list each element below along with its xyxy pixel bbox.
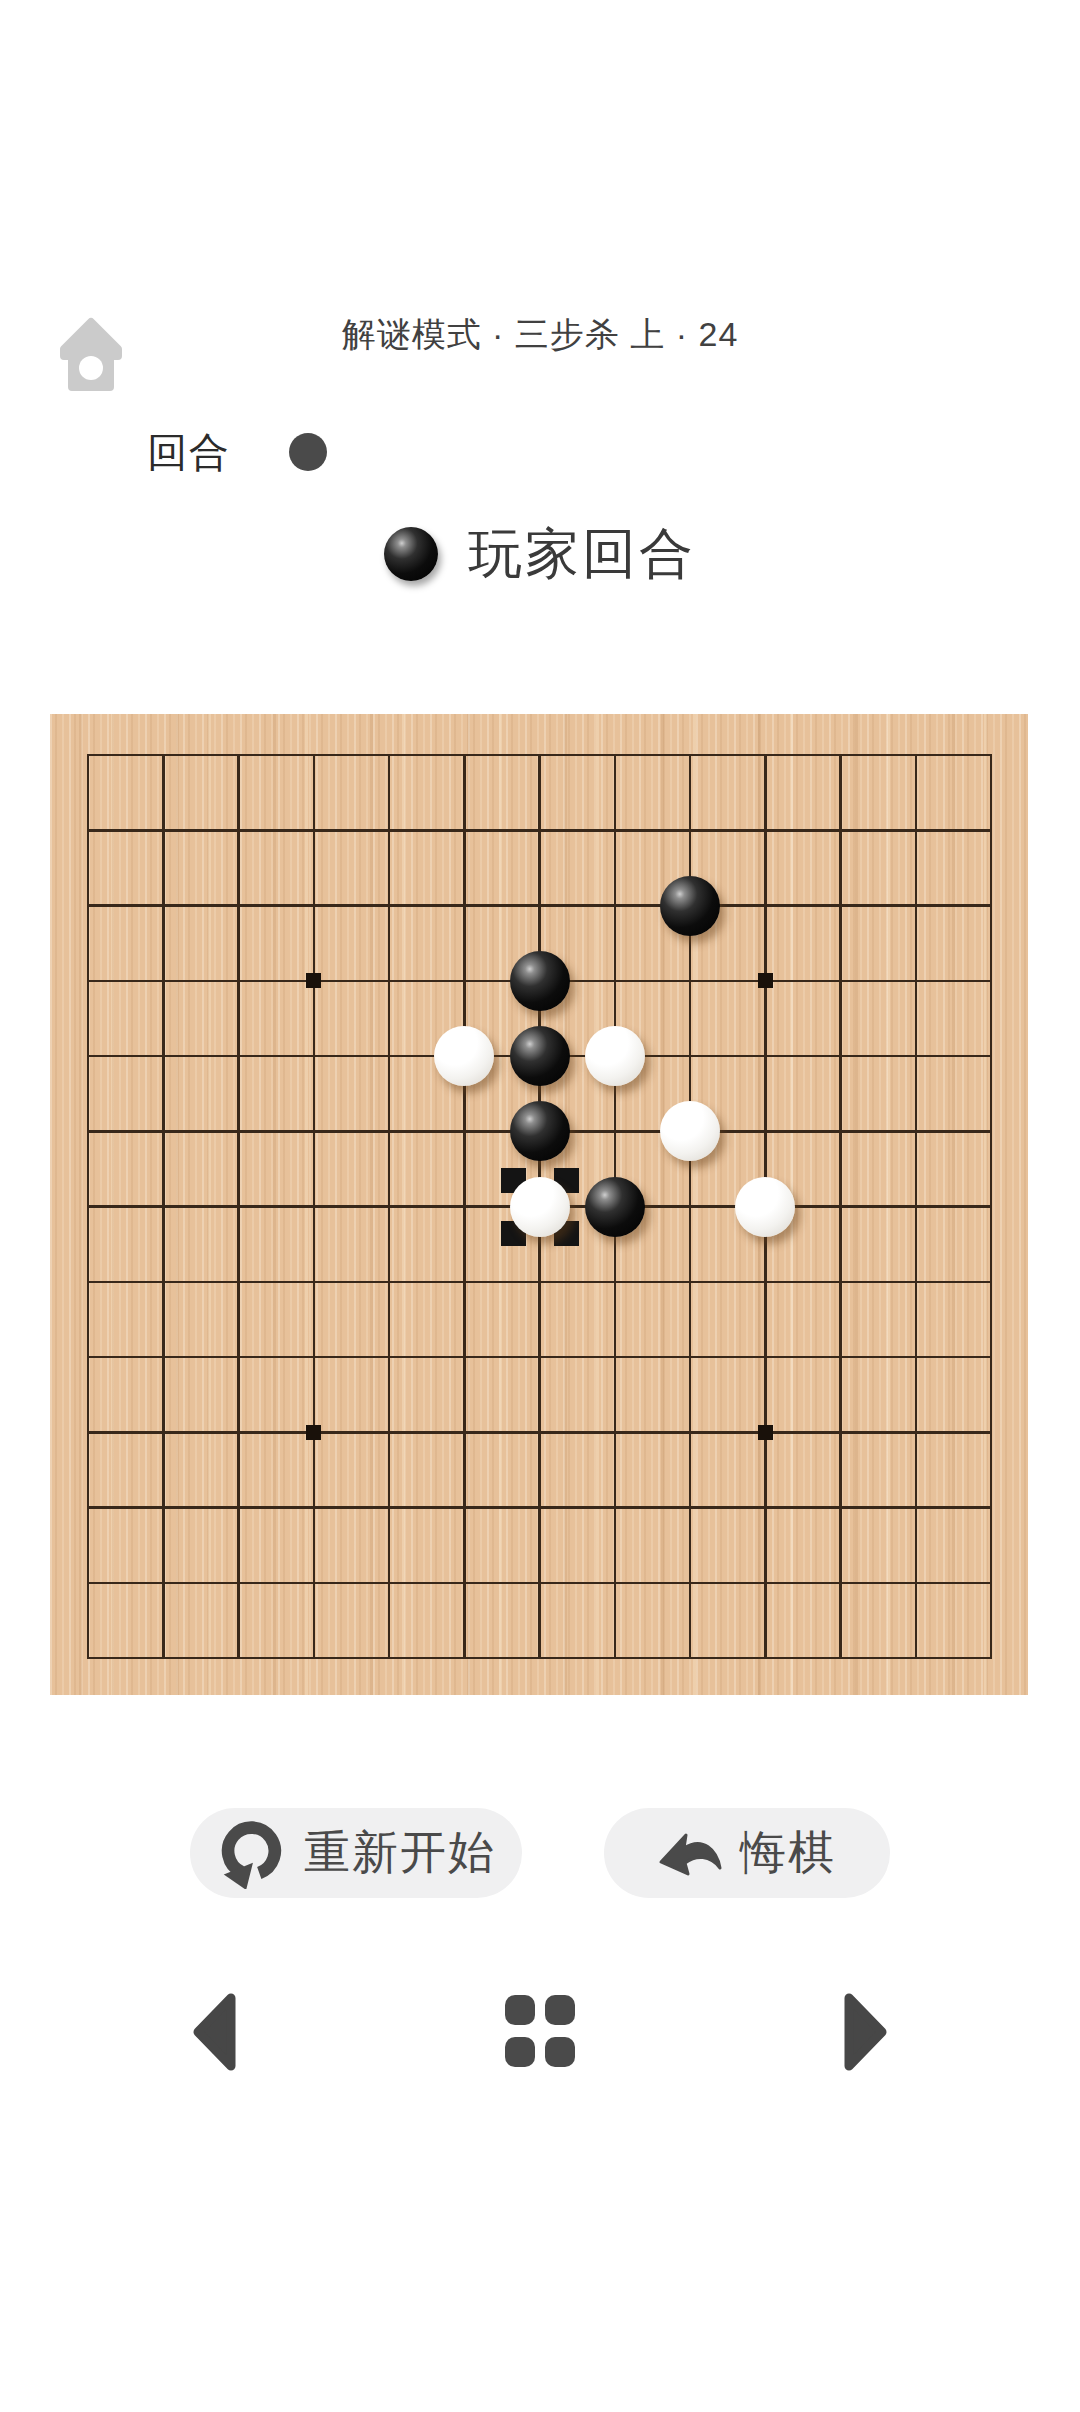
star-point [758,1425,773,1440]
grid-line-horizontal [87,1356,993,1359]
current-turn-stone-icon [289,433,327,471]
black-stone-icon [384,527,438,581]
black-stone [510,951,570,1011]
player-turn-banner: 玩家回合 [0,522,1080,586]
left-arrow-icon [192,2061,238,2076]
puzzle-list-button[interactable] [505,1995,575,2070]
grid-line-vertical [839,754,842,1660]
grid-line-vertical [915,754,918,1660]
grid-line-horizontal [87,1657,993,1660]
white-stone [434,1026,494,1086]
black-stone [660,876,720,936]
restart-button[interactable]: 重新开始 [190,1808,522,1898]
grid-menu-icon [505,2055,575,2070]
next-puzzle-button[interactable] [842,1991,888,2076]
gomoku-board[interactable] [50,714,1028,1695]
grid-line-vertical [990,754,993,1660]
black-stone [510,1026,570,1086]
white-stone [735,1177,795,1237]
black-stone [510,1101,570,1161]
restart-icon [216,1817,286,1889]
undo-arrow-icon [658,1826,722,1880]
grid-line-horizontal [87,1281,993,1284]
turn-label: 回合 [147,425,231,480]
star-point [758,973,773,988]
right-arrow-icon [842,2061,888,2076]
grid-line-horizontal [87,1582,993,1585]
player-turn-text: 玩家回合 [468,518,696,591]
star-point [306,1425,321,1440]
restart-label: 重新开始 [304,1822,496,1884]
white-stone [660,1101,720,1161]
control-bar: 重新开始 悔棋 [0,1808,1080,1898]
undo-button[interactable]: 悔棋 [604,1808,890,1898]
grid-line-horizontal [87,1506,993,1509]
prev-puzzle-button[interactable] [192,1991,238,2076]
turn-row: 回合 [147,430,327,474]
grid-line-horizontal [87,1431,993,1434]
home-icon [57,383,125,398]
black-stone [585,1177,645,1237]
undo-label: 悔棋 [740,1822,836,1884]
white-stone [585,1026,645,1086]
white-stone [510,1177,570,1237]
page-title: 解谜模式 · 三步杀 上 · 24 [0,312,1080,358]
board-grid [88,755,991,1658]
star-point [306,973,321,988]
